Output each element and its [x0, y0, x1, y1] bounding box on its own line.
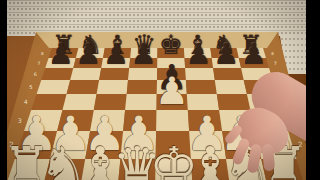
piece-g7[interactable]: ♟	[213, 40, 239, 69]
piece-h7[interactable]: ♟	[241, 40, 267, 69]
piece-d7[interactable]: ♟	[131, 40, 157, 69]
letterbox-bar-right	[306, 0, 320, 180]
piece-f7[interactable]: ♟	[186, 40, 212, 69]
piece-e8[interactable]: ♚	[159, 32, 183, 59]
piece-b7[interactable]: ♟	[75, 40, 101, 69]
piece-c7[interactable]: ♟	[103, 40, 129, 69]
video-frame: 1122334455667788abcdefgh ♜♞♝♛♚♝♞♜♟♟♟♟♟♟♟…	[0, 0, 320, 180]
letterbox-bar-left	[0, 0, 7, 180]
piece-a7[interactable]: ♟	[48, 40, 74, 69]
piece-e4[interactable]: ♟	[155, 72, 189, 110]
piece-h1[interactable]: ♜	[259, 139, 308, 180]
pieces-layer: ♜♞♝♛♚♝♞♜♟♟♟♟♟♟♟♟♟♟♟♟♟♟♟♟♜♞♝♛♚♝♞♜	[0, 0, 320, 180]
